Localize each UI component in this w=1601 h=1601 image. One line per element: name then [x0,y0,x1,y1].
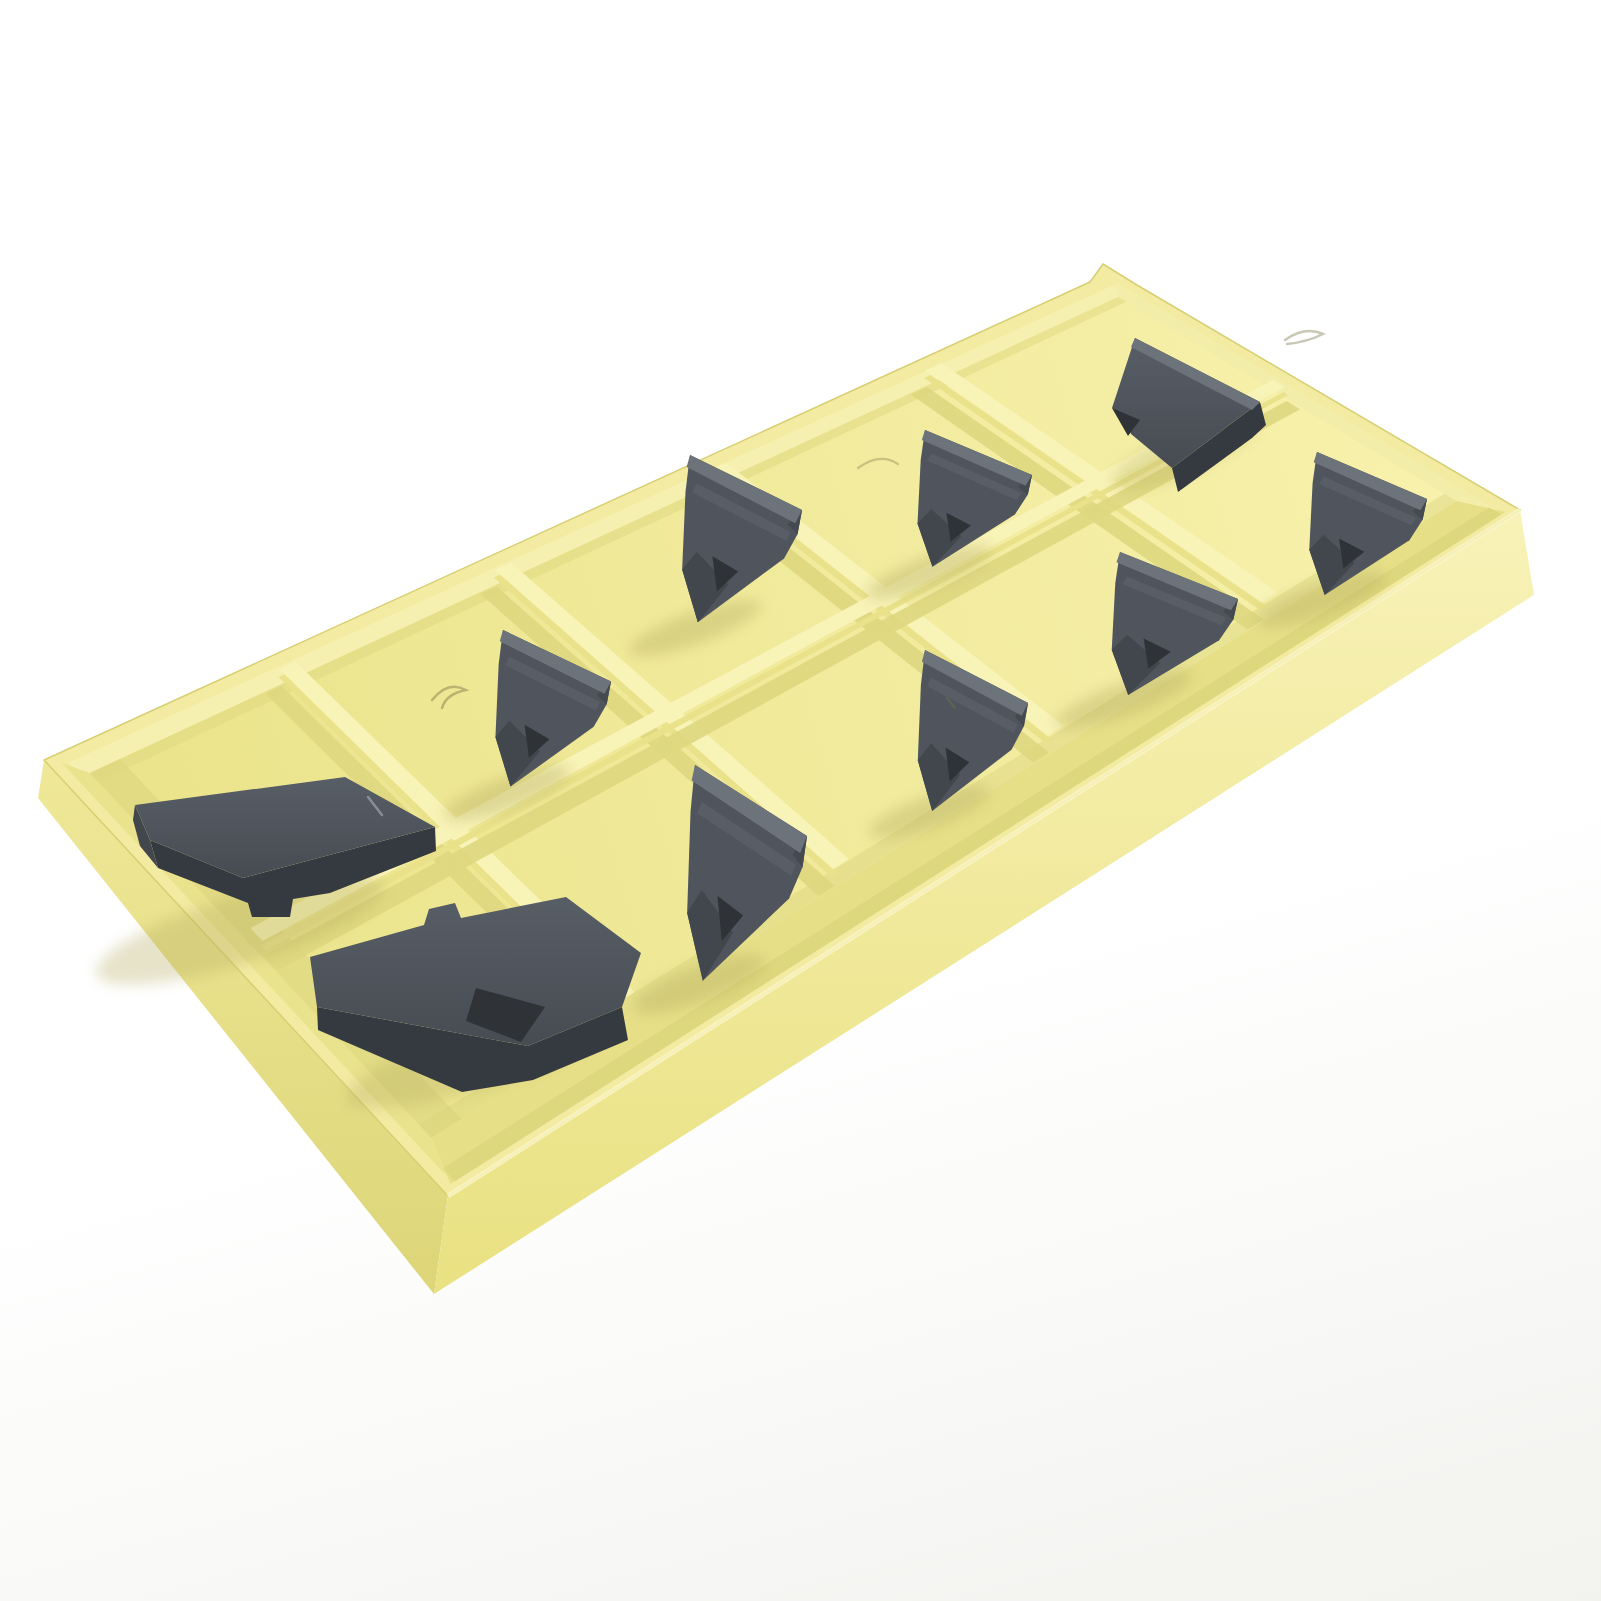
product-photo [0,0,1601,1601]
scene-svg [0,0,1601,1601]
fiber-3 [1285,331,1323,344]
